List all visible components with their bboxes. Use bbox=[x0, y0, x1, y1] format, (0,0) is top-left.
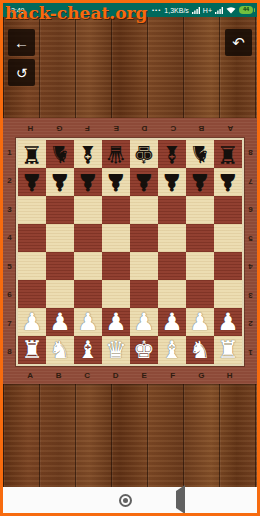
square-d8[interactable]: ♛ bbox=[102, 336, 130, 364]
square-f2[interactable]: ♟ bbox=[158, 168, 186, 196]
notification-dots-icon: ••• bbox=[152, 7, 161, 13]
square-c2[interactable]: ♟ bbox=[74, 168, 102, 196]
undo-move-button[interactable]: ↶ bbox=[225, 29, 252, 56]
back-arrow-icon: ← bbox=[14, 35, 29, 50]
square-g7[interactable]: ♟ bbox=[186, 308, 214, 336]
square-b4[interactable] bbox=[46, 224, 74, 252]
black-knight-piece: ♞ bbox=[189, 140, 211, 168]
square-a7[interactable]: ♟ bbox=[18, 308, 46, 336]
square-h7[interactable]: ♟ bbox=[214, 308, 242, 336]
square-c6[interactable] bbox=[74, 280, 102, 308]
square-b1[interactable]: ♞ bbox=[46, 140, 74, 168]
white-pawn-piece: ♟ bbox=[105, 308, 127, 336]
square-c5[interactable] bbox=[74, 252, 102, 280]
square-a8[interactable]: ♜ bbox=[18, 336, 46, 364]
reset-button[interactable]: ↺ bbox=[8, 59, 35, 86]
coordinate-label: C bbox=[73, 371, 102, 380]
white-pawn-piece: ♟ bbox=[189, 308, 211, 336]
coordinate-label: D bbox=[102, 371, 131, 380]
home-button[interactable] bbox=[119, 494, 132, 507]
coordinate-label: 1 bbox=[244, 338, 257, 367]
file-labels-bottom: ABCDEFGH bbox=[16, 366, 244, 384]
coordinate-label: 8 bbox=[244, 138, 257, 167]
square-e3[interactable] bbox=[130, 196, 158, 224]
black-bishop-piece: ♝ bbox=[161, 140, 183, 168]
square-f5[interactable] bbox=[158, 252, 186, 280]
file-labels-top: HGFEDCBA bbox=[16, 118, 244, 138]
square-c1[interactable]: ♝ bbox=[74, 140, 102, 168]
square-d3[interactable] bbox=[102, 196, 130, 224]
black-queen-piece: ♛ bbox=[105, 140, 127, 168]
square-e5[interactable] bbox=[130, 252, 158, 280]
square-a4[interactable] bbox=[18, 224, 46, 252]
white-knight-piece: ♞ bbox=[49, 336, 71, 364]
white-rook-piece: ♜ bbox=[217, 336, 239, 364]
square-b3[interactable] bbox=[46, 196, 74, 224]
square-e8[interactable]: ♚ bbox=[130, 336, 158, 364]
square-a6[interactable] bbox=[18, 280, 46, 308]
back-button[interactable]: ← bbox=[8, 29, 35, 56]
coordinate-label: 3 bbox=[244, 281, 257, 310]
square-a2[interactable]: ♟ bbox=[18, 168, 46, 196]
coordinate-label: 3 bbox=[3, 195, 16, 224]
square-e2[interactable]: ♟ bbox=[130, 168, 158, 196]
coordinate-label: 1 bbox=[3, 138, 16, 167]
white-pawn-piece: ♟ bbox=[217, 308, 239, 336]
coordinate-label: B bbox=[187, 124, 216, 133]
battery-percent: 44 bbox=[243, 7, 249, 13]
coordinate-label: A bbox=[216, 124, 245, 133]
square-b8[interactable]: ♞ bbox=[46, 336, 74, 364]
black-pawn-piece: ♟ bbox=[217, 168, 239, 196]
black-bishop-piece: ♝ bbox=[77, 140, 99, 168]
battery-icon: 44 bbox=[239, 6, 253, 14]
reset-rotate-icon: ↺ bbox=[16, 66, 28, 80]
coordinate-label: C bbox=[159, 124, 188, 133]
square-f1[interactable]: ♝ bbox=[158, 140, 186, 168]
square-a5[interactable] bbox=[18, 252, 46, 280]
black-pawn-piece: ♟ bbox=[21, 168, 43, 196]
coordinate-label: 5 bbox=[3, 252, 16, 281]
coordinate-label: A bbox=[16, 371, 45, 380]
square-f4[interactable] bbox=[158, 224, 186, 252]
black-pawn-piece: ♟ bbox=[161, 168, 183, 196]
home-circle-icon bbox=[119, 494, 132, 507]
square-c8[interactable]: ♝ bbox=[74, 336, 102, 364]
square-g1[interactable]: ♞ bbox=[186, 140, 214, 168]
square-c3[interactable] bbox=[74, 196, 102, 224]
phone-screen: 23:49 ••• 1,3KB/s H+ 44 hack-cheat.org ←… bbox=[0, 0, 260, 516]
signal-bars-icon-2 bbox=[215, 6, 223, 14]
status-bar: 23:49 ••• 1,3KB/s H+ 44 bbox=[3, 3, 257, 17]
square-h1[interactable]: ♜ bbox=[214, 140, 242, 168]
coordinate-label: 2 bbox=[244, 309, 257, 338]
undo-arrow-icon: ↶ bbox=[232, 35, 245, 50]
square-h5[interactable] bbox=[214, 252, 242, 280]
square-g6[interactable] bbox=[186, 280, 214, 308]
square-h2[interactable]: ♟ bbox=[214, 168, 242, 196]
white-queen-piece: ♛ bbox=[105, 336, 127, 364]
white-bishop-piece: ♝ bbox=[161, 336, 183, 364]
black-pawn-piece: ♟ bbox=[49, 168, 71, 196]
coordinate-label: G bbox=[187, 371, 216, 380]
square-d6[interactable] bbox=[102, 280, 130, 308]
black-pawn-piece: ♟ bbox=[105, 168, 127, 196]
coordinate-label: F bbox=[73, 124, 102, 133]
square-g3[interactable] bbox=[186, 196, 214, 224]
square-f3[interactable] bbox=[158, 196, 186, 224]
coordinate-label: H bbox=[16, 124, 45, 133]
coordinate-label: G bbox=[45, 124, 74, 133]
square-d4[interactable] bbox=[102, 224, 130, 252]
square-e7[interactable]: ♟ bbox=[130, 308, 158, 336]
square-h3[interactable] bbox=[214, 196, 242, 224]
square-e1[interactable]: ♚ bbox=[130, 140, 158, 168]
square-a1[interactable]: ♜ bbox=[18, 140, 46, 168]
square-h8[interactable]: ♜ bbox=[214, 336, 242, 364]
black-knight-piece: ♞ bbox=[49, 140, 71, 168]
white-pawn-piece: ♟ bbox=[161, 308, 183, 336]
black-rook-piece: ♜ bbox=[21, 140, 43, 168]
black-pawn-piece: ♟ bbox=[77, 168, 99, 196]
clock: 23:49 bbox=[7, 7, 25, 14]
square-g5[interactable] bbox=[186, 252, 214, 280]
coordinate-label: 4 bbox=[244, 252, 257, 281]
coordinate-label: 7 bbox=[3, 309, 16, 338]
square-e4[interactable] bbox=[130, 224, 158, 252]
coordinate-label: H bbox=[216, 371, 245, 380]
wifi-icon bbox=[226, 6, 236, 14]
coordinate-label: E bbox=[130, 371, 159, 380]
square-b5[interactable] bbox=[46, 252, 74, 280]
square-d1[interactable]: ♛ bbox=[102, 140, 130, 168]
chess-board-frame: HGFEDCBA 12345678 ♜♞♝♛♚♝♞♜♟♟♟♟♟♟♟♟♟♟♟♟♟♟… bbox=[3, 118, 257, 384]
square-d7[interactable]: ♟ bbox=[102, 308, 130, 336]
network-type: H+ bbox=[203, 7, 212, 14]
white-pawn-piece: ♟ bbox=[133, 308, 155, 336]
coordinate-label: B bbox=[45, 371, 74, 380]
square-d2[interactable]: ♟ bbox=[102, 168, 130, 196]
signal-bars-icon bbox=[192, 6, 200, 14]
coordinate-label: 6 bbox=[244, 195, 257, 224]
nav-back-button[interactable] bbox=[176, 491, 185, 509]
square-f8[interactable]: ♝ bbox=[158, 336, 186, 364]
square-c4[interactable] bbox=[74, 224, 102, 252]
square-b6[interactable] bbox=[46, 280, 74, 308]
square-b7[interactable]: ♟ bbox=[46, 308, 74, 336]
rank-labels-right: 87654321 bbox=[244, 138, 257, 366]
coordinate-label: 8 bbox=[3, 338, 16, 367]
square-h6[interactable] bbox=[214, 280, 242, 308]
coordinate-label: 6 bbox=[3, 281, 16, 310]
rank-labels-left: 12345678 bbox=[3, 138, 16, 366]
square-g8[interactable]: ♞ bbox=[186, 336, 214, 364]
square-g4[interactable] bbox=[186, 224, 214, 252]
coordinate-label: F bbox=[159, 371, 188, 380]
coordinate-label: E bbox=[102, 124, 131, 133]
white-king-piece: ♚ bbox=[133, 336, 155, 364]
square-g2[interactable]: ♟ bbox=[186, 168, 214, 196]
coordinate-label: D bbox=[130, 124, 159, 133]
square-b2[interactable]: ♟ bbox=[46, 168, 74, 196]
square-f7[interactable]: ♟ bbox=[158, 308, 186, 336]
black-king-piece: ♚ bbox=[133, 140, 155, 168]
square-f6[interactable] bbox=[158, 280, 186, 308]
square-d5[interactable] bbox=[102, 252, 130, 280]
square-e6[interactable] bbox=[130, 280, 158, 308]
white-pawn-piece: ♟ bbox=[49, 308, 71, 336]
coordinate-label: 5 bbox=[244, 224, 257, 253]
android-nav-bar bbox=[3, 487, 257, 513]
white-rook-piece: ♜ bbox=[21, 336, 43, 364]
black-rook-piece: ♜ bbox=[217, 140, 239, 168]
back-triangle-icon bbox=[176, 485, 185, 514]
network-speed: 1,3KB/s bbox=[164, 7, 189, 14]
white-bishop-piece: ♝ bbox=[77, 336, 99, 364]
black-pawn-piece: ♟ bbox=[189, 168, 211, 196]
square-h4[interactable] bbox=[214, 224, 242, 252]
coordinate-label: 4 bbox=[3, 224, 16, 253]
white-pawn-piece: ♟ bbox=[77, 308, 99, 336]
black-pawn-piece: ♟ bbox=[133, 168, 155, 196]
coordinate-label: 2 bbox=[3, 167, 16, 196]
square-c7[interactable]: ♟ bbox=[74, 308, 102, 336]
coordinate-label: 7 bbox=[244, 167, 257, 196]
square-a3[interactable] bbox=[18, 196, 46, 224]
chess-board[interactable]: ♜♞♝♛♚♝♞♜♟♟♟♟♟♟♟♟♟♟♟♟♟♟♟♟♜♞♝♛♚♝♞♜ bbox=[16, 138, 244, 366]
white-pawn-piece: ♟ bbox=[21, 308, 43, 336]
white-knight-piece: ♞ bbox=[189, 336, 211, 364]
